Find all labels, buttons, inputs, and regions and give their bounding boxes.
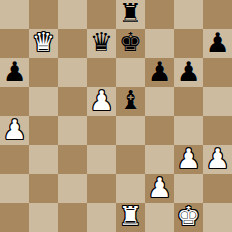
- square-h1[interactable]: [203, 203, 232, 232]
- square-c8[interactable]: [58, 0, 87, 29]
- square-h8[interactable]: [203, 0, 232, 29]
- square-b3[interactable]: [29, 145, 58, 174]
- square-g7[interactable]: [174, 29, 203, 58]
- square-d3[interactable]: [87, 145, 116, 174]
- piece-white-queen-b7[interactable]: ♛: [32, 28, 55, 57]
- square-a3[interactable]: [0, 145, 29, 174]
- piece-white-pawn-d5[interactable]: ♟: [89, 86, 113, 115]
- square-e3[interactable]: [116, 145, 145, 174]
- square-f2[interactable]: ♟: [145, 174, 174, 203]
- piece-black-bishop-e5[interactable]: ♝: [119, 86, 142, 115]
- piece-white-pawn-a4[interactable]: ♟: [2, 115, 26, 144]
- square-d1[interactable]: [87, 203, 116, 232]
- square-g4[interactable]: [174, 116, 203, 145]
- square-b7[interactable]: ♛: [29, 29, 58, 58]
- piece-black-queen-d7[interactable]: ♛: [90, 28, 113, 57]
- square-h2[interactable]: [203, 174, 232, 203]
- square-a7[interactable]: [0, 29, 29, 58]
- piece-white-pawn-f2[interactable]: ♟: [147, 173, 171, 202]
- square-g3[interactable]: ♟: [174, 145, 203, 174]
- square-f8[interactable]: [145, 0, 174, 29]
- square-f3[interactable]: [145, 145, 174, 174]
- square-b1[interactable]: [29, 203, 58, 232]
- square-h7[interactable]: ♟: [203, 29, 232, 58]
- square-h6[interactable]: [203, 58, 232, 87]
- square-g1[interactable]: ♚: [174, 203, 203, 232]
- piece-black-pawn-f6[interactable]: ♟: [147, 57, 171, 86]
- square-h4[interactable]: [203, 116, 232, 145]
- square-d6[interactable]: [87, 58, 116, 87]
- square-c2[interactable]: [58, 174, 87, 203]
- square-d4[interactable]: [87, 116, 116, 145]
- square-d8[interactable]: [87, 0, 116, 29]
- square-b4[interactable]: [29, 116, 58, 145]
- square-e2[interactable]: [116, 174, 145, 203]
- piece-white-pawn-g3[interactable]: ♟: [176, 144, 200, 173]
- square-a5[interactable]: [0, 87, 29, 116]
- square-e1[interactable]: ♜: [116, 203, 145, 232]
- square-f5[interactable]: [145, 87, 174, 116]
- square-f1[interactable]: [145, 203, 174, 232]
- square-a2[interactable]: [0, 174, 29, 203]
- piece-white-king-g1[interactable]: ♚: [177, 202, 200, 231]
- square-e6[interactable]: [116, 58, 145, 87]
- square-c4[interactable]: [58, 116, 87, 145]
- piece-white-rook-e1[interactable]: ♜: [119, 202, 142, 231]
- square-f4[interactable]: [145, 116, 174, 145]
- piece-black-pawn-h7[interactable]: ♟: [205, 28, 229, 57]
- square-c6[interactable]: [58, 58, 87, 87]
- square-h5[interactable]: [203, 87, 232, 116]
- square-c5[interactable]: [58, 87, 87, 116]
- square-a6[interactable]: ♟: [0, 58, 29, 87]
- square-e8[interactable]: ♜: [116, 0, 145, 29]
- square-b6[interactable]: [29, 58, 58, 87]
- square-b5[interactable]: [29, 87, 58, 116]
- square-d5[interactable]: ♟: [87, 87, 116, 116]
- square-h3[interactable]: ♟: [203, 145, 232, 174]
- piece-black-rook-e8[interactable]: ♜: [119, 0, 142, 28]
- square-f7[interactable]: [145, 29, 174, 58]
- piece-white-pawn-h3[interactable]: ♟: [205, 144, 229, 173]
- square-c7[interactable]: [58, 29, 87, 58]
- square-a4[interactable]: ♟: [0, 116, 29, 145]
- square-e5[interactable]: ♝: [116, 87, 145, 116]
- square-g5[interactable]: [174, 87, 203, 116]
- square-c1[interactable]: [58, 203, 87, 232]
- square-d2[interactable]: [87, 174, 116, 203]
- square-g6[interactable]: ♟: [174, 58, 203, 87]
- square-e4[interactable]: [116, 116, 145, 145]
- piece-black-king-e7[interactable]: ♚: [119, 28, 142, 57]
- square-a1[interactable]: [0, 203, 29, 232]
- square-a8[interactable]: [0, 0, 29, 29]
- piece-black-pawn-a6[interactable]: ♟: [2, 57, 26, 86]
- square-b8[interactable]: [29, 0, 58, 29]
- square-f6[interactable]: ♟: [145, 58, 174, 87]
- piece-black-pawn-g6[interactable]: ♟: [176, 57, 200, 86]
- square-g2[interactable]: [174, 174, 203, 203]
- square-d7[interactable]: ♛: [87, 29, 116, 58]
- square-e7[interactable]: ♚: [116, 29, 145, 58]
- chess-board: ♜♛♛♚♟♟♟♟♟♝♟♟♟♟♜♚: [0, 0, 232, 232]
- square-g8[interactable]: [174, 0, 203, 29]
- square-b2[interactable]: [29, 174, 58, 203]
- square-c3[interactable]: [58, 145, 87, 174]
